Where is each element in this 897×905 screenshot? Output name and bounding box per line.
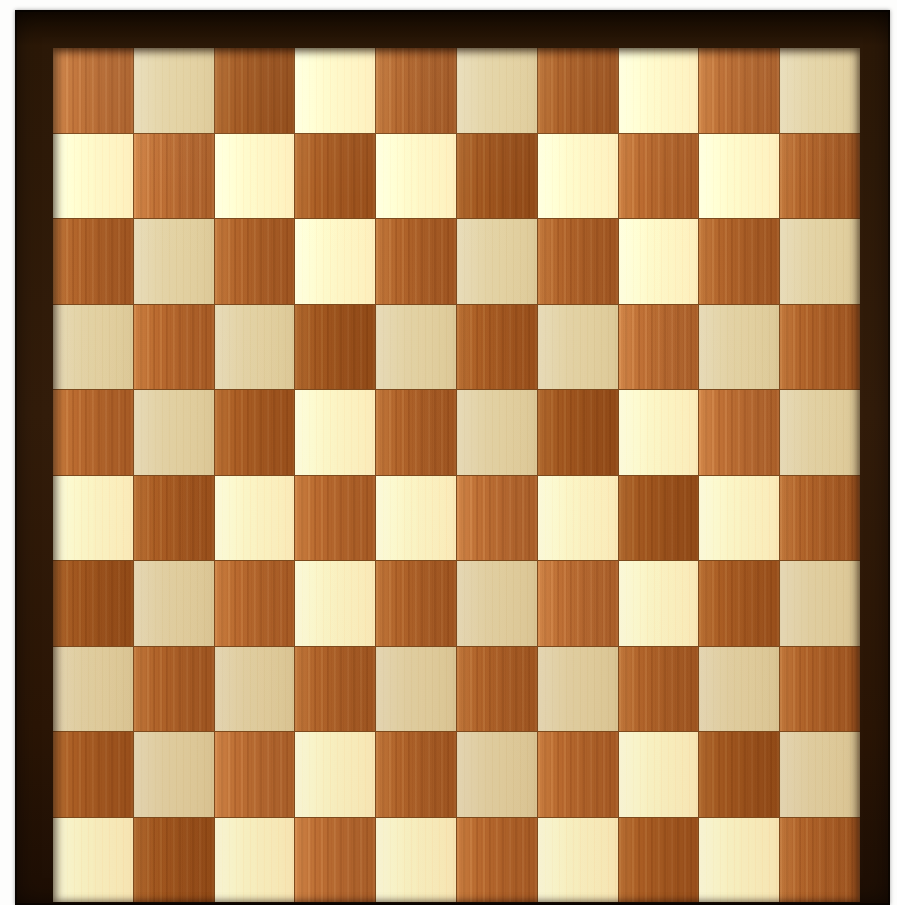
square-h5[interactable] — [619, 476, 699, 561]
square-f8[interactable] — [457, 219, 537, 304]
square-g5[interactable] — [538, 476, 618, 561]
square-c7[interactable] — [215, 305, 295, 390]
square-f2[interactable] — [457, 732, 537, 817]
square-j9[interactable] — [780, 134, 860, 219]
square-i7[interactable] — [699, 305, 779, 390]
square-h8[interactable] — [619, 219, 699, 304]
square-b7[interactable] — [134, 305, 214, 390]
square-f6[interactable] — [457, 390, 537, 475]
square-j1[interactable] — [780, 818, 860, 903]
square-c2[interactable] — [215, 732, 295, 817]
square-g10[interactable] — [538, 48, 618, 133]
square-h7[interactable] — [619, 305, 699, 390]
square-g3[interactable] — [538, 647, 618, 732]
square-g8[interactable] — [538, 219, 618, 304]
square-b8[interactable] — [134, 219, 214, 304]
square-j4[interactable] — [780, 561, 860, 646]
square-i4[interactable] — [699, 561, 779, 646]
board-photo — [0, 0, 897, 905]
square-b4[interactable] — [134, 561, 214, 646]
square-b6[interactable] — [134, 390, 214, 475]
square-c5[interactable] — [215, 476, 295, 561]
square-f1[interactable] — [457, 818, 537, 903]
square-g6[interactable] — [538, 390, 618, 475]
square-b2[interactable] — [134, 732, 214, 817]
square-d4[interactable] — [295, 561, 375, 646]
square-d7[interactable] — [295, 305, 375, 390]
square-a1[interactable] — [53, 818, 133, 903]
square-g2[interactable] — [538, 732, 618, 817]
square-e9[interactable] — [376, 134, 456, 219]
square-d3[interactable] — [295, 647, 375, 732]
square-a8[interactable] — [53, 219, 133, 304]
square-d5[interactable] — [295, 476, 375, 561]
square-i6[interactable] — [699, 390, 779, 475]
square-h2[interactable] — [619, 732, 699, 817]
square-f5[interactable] — [457, 476, 537, 561]
square-h10[interactable] — [619, 48, 699, 133]
square-e3[interactable] — [376, 647, 456, 732]
square-i3[interactable] — [699, 647, 779, 732]
square-f10[interactable] — [457, 48, 537, 133]
square-i8[interactable] — [699, 219, 779, 304]
square-e1[interactable] — [376, 818, 456, 903]
square-f7[interactable] — [457, 305, 537, 390]
square-d6[interactable] — [295, 390, 375, 475]
square-i5[interactable] — [699, 476, 779, 561]
square-c6[interactable] — [215, 390, 295, 475]
square-d10[interactable] — [295, 48, 375, 133]
square-c9[interactable] — [215, 134, 295, 219]
square-g9[interactable] — [538, 134, 618, 219]
square-e6[interactable] — [376, 390, 456, 475]
square-j5[interactable] — [780, 476, 860, 561]
board-grid — [53, 48, 860, 902]
square-d2[interactable] — [295, 732, 375, 817]
square-a9[interactable] — [53, 134, 133, 219]
square-j10[interactable] — [780, 48, 860, 133]
square-j7[interactable] — [780, 305, 860, 390]
square-f3[interactable] — [457, 647, 537, 732]
square-c1[interactable] — [215, 818, 295, 903]
square-e10[interactable] — [376, 48, 456, 133]
square-b1[interactable] — [134, 818, 214, 903]
square-a7[interactable] — [53, 305, 133, 390]
square-e5[interactable] — [376, 476, 456, 561]
square-a3[interactable] — [53, 647, 133, 732]
square-a2[interactable] — [53, 732, 133, 817]
square-a10[interactable] — [53, 48, 133, 133]
square-b9[interactable] — [134, 134, 214, 219]
square-g1[interactable] — [538, 818, 618, 903]
square-f9[interactable] — [457, 134, 537, 219]
square-a6[interactable] — [53, 390, 133, 475]
square-a4[interactable] — [53, 561, 133, 646]
square-i2[interactable] — [699, 732, 779, 817]
square-e8[interactable] — [376, 219, 456, 304]
square-e7[interactable] — [376, 305, 456, 390]
square-g7[interactable] — [538, 305, 618, 390]
square-h9[interactable] — [619, 134, 699, 219]
square-b3[interactable] — [134, 647, 214, 732]
square-b5[interactable] — [134, 476, 214, 561]
square-j6[interactable] — [780, 390, 860, 475]
square-h4[interactable] — [619, 561, 699, 646]
square-c3[interactable] — [215, 647, 295, 732]
square-i10[interactable] — [699, 48, 779, 133]
square-e4[interactable] — [376, 561, 456, 646]
square-h6[interactable] — [619, 390, 699, 475]
square-a5[interactable] — [53, 476, 133, 561]
square-h3[interactable] — [619, 647, 699, 732]
square-f4[interactable] — [457, 561, 537, 646]
square-g4[interactable] — [538, 561, 618, 646]
square-c8[interactable] — [215, 219, 295, 304]
square-b10[interactable] — [134, 48, 214, 133]
square-d1[interactable] — [295, 818, 375, 903]
square-h1[interactable] — [619, 818, 699, 903]
square-j8[interactable] — [780, 219, 860, 304]
square-d8[interactable] — [295, 219, 375, 304]
square-c10[interactable] — [215, 48, 295, 133]
square-e2[interactable] — [376, 732, 456, 817]
square-i9[interactable] — [699, 134, 779, 219]
square-d9[interactable] — [295, 134, 375, 219]
square-i1[interactable] — [699, 818, 779, 903]
square-c4[interactable] — [215, 561, 295, 646]
square-j3[interactable] — [780, 647, 860, 732]
square-j2[interactable] — [780, 732, 860, 817]
